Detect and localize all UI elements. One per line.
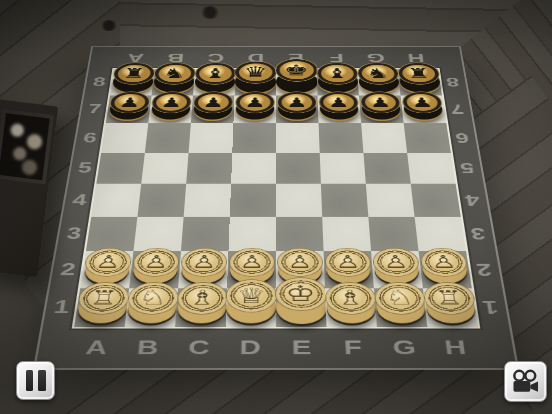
white-king-e1[interactable]: ♔ xyxy=(275,278,326,310)
square-a7[interactable]: ♟ xyxy=(106,95,152,123)
square-d4[interactable] xyxy=(230,184,276,217)
rank-label-left-3: 3 xyxy=(65,226,82,242)
black-pawn-e7[interactable]: ♟ xyxy=(278,92,316,113)
square-b1[interactable]: ♘ xyxy=(125,288,178,327)
rank-label-left-1: 1 xyxy=(53,298,71,316)
square-e7[interactable]: ♟ xyxy=(276,95,319,123)
stored-pieces xyxy=(0,113,50,180)
square-f5[interactable] xyxy=(320,153,366,184)
file-label-top-b: B xyxy=(167,52,185,64)
black-pawn-f7[interactable]: ♟ xyxy=(319,92,358,113)
video-camera-icon xyxy=(511,369,540,394)
file-label-top-g: G xyxy=(367,52,386,64)
square-d3[interactable] xyxy=(228,216,276,251)
square-a3[interactable] xyxy=(86,216,138,251)
square-c1[interactable]: ♗ xyxy=(175,288,227,327)
piece-box-opening xyxy=(0,109,54,185)
white-rook-h1[interactable]: ♖ xyxy=(423,283,475,314)
rank-label-right-1: 1 xyxy=(481,298,499,316)
rank-label-left-4: 4 xyxy=(71,192,88,207)
square-a6[interactable] xyxy=(101,123,148,152)
black-bishop-c8[interactable]: ♝ xyxy=(194,63,235,84)
square-g6[interactable] xyxy=(361,123,407,152)
white-pawn-g2[interactable]: ♙ xyxy=(373,248,419,275)
square-f4[interactable] xyxy=(321,184,368,217)
square-e3[interactable] xyxy=(276,216,324,251)
square-b4[interactable] xyxy=(137,184,186,217)
white-bishop-f1[interactable]: ♗ xyxy=(325,283,375,314)
square-f6[interactable] xyxy=(319,123,364,152)
rank-label-left-6: 6 xyxy=(82,131,98,144)
square-b5[interactable] xyxy=(141,153,188,184)
file-label-bottom-c: C xyxy=(188,337,211,357)
square-b6[interactable] xyxy=(145,123,191,152)
rank-label-left-5: 5 xyxy=(77,161,93,175)
square-a5[interactable] xyxy=(96,153,145,184)
rank-label-right-5: 5 xyxy=(459,161,475,175)
square-c7[interactable]: ♟ xyxy=(191,95,235,123)
file-label-top-f: F xyxy=(329,52,344,64)
square-c5[interactable] xyxy=(186,153,232,184)
square-c4[interactable] xyxy=(184,184,231,217)
square-f7[interactable]: ♟ xyxy=(317,95,361,123)
rank-label-right-2: 2 xyxy=(475,261,493,278)
file-label-top-a: A xyxy=(127,52,145,64)
square-e4[interactable] xyxy=(276,184,322,217)
file-label-bottom-f: F xyxy=(343,337,362,357)
black-rook-a8[interactable]: ♜ xyxy=(112,63,155,84)
square-g4[interactable] xyxy=(366,184,415,217)
white-pawn-e2[interactable]: ♙ xyxy=(278,248,322,275)
file-labels-bottom: ABCDEFGH xyxy=(68,327,484,368)
square-h1[interactable]: ♖ xyxy=(423,288,478,327)
black-bishop-f8[interactable]: ♝ xyxy=(317,63,358,84)
square-b3[interactable] xyxy=(133,216,183,251)
black-pawn-c7[interactable]: ♟ xyxy=(194,92,233,113)
pause-icon xyxy=(26,370,46,391)
black-king-e8[interactable]: ♚ xyxy=(276,59,318,81)
white-pawn-c2[interactable]: ♙ xyxy=(181,248,226,275)
white-pawn-d2[interactable]: ♙ xyxy=(230,248,274,275)
square-h3[interactable] xyxy=(415,216,467,251)
file-label-top-c: C xyxy=(207,52,224,64)
file-label-bottom-a: A xyxy=(85,337,109,357)
white-bishop-c1[interactable]: ♗ xyxy=(177,283,227,314)
square-d7[interactable]: ♟ xyxy=(233,95,276,123)
rank-label-right-3: 3 xyxy=(469,226,486,242)
game-scene: ABCDEFGH ABCDEFGH 87654321 87654321 ♜♞♝♛… xyxy=(0,0,552,414)
square-a1[interactable]: ♖ xyxy=(74,288,129,327)
square-h4[interactable] xyxy=(411,184,461,217)
file-label-bottom-d: D xyxy=(239,337,261,357)
square-g1[interactable]: ♘ xyxy=(374,288,427,327)
file-label-bottom-h: H xyxy=(443,337,467,357)
square-a4[interactable] xyxy=(91,184,141,217)
rank-label-right-8: 8 xyxy=(445,76,460,88)
pause-button[interactable] xyxy=(16,361,55,400)
square-b7[interactable]: ♟ xyxy=(148,95,193,123)
rank-label-left-2: 2 xyxy=(59,261,77,278)
black-pawn-h7[interactable]: ♟ xyxy=(402,92,443,113)
black-pawn-g7[interactable]: ♟ xyxy=(361,92,401,113)
white-pawn-h2[interactable]: ♙ xyxy=(420,248,467,275)
board-scene: ABCDEFGH ABCDEFGH 87654321 87654321 ♜♞♝♛… xyxy=(0,0,552,414)
chess-board: ABCDEFGH ABCDEFGH 87654321 87654321 ♜♞♝♛… xyxy=(33,46,519,369)
square-g5[interactable] xyxy=(363,153,410,184)
square-d5[interactable] xyxy=(231,153,276,184)
file-label-bottom-e: E xyxy=(292,337,312,357)
black-pawn-b7[interactable]: ♟ xyxy=(151,92,191,113)
white-rook-a1[interactable]: ♖ xyxy=(77,283,129,314)
rank-label-left-8: 8 xyxy=(92,76,107,88)
white-pawn-b2[interactable]: ♙ xyxy=(133,248,179,275)
square-g3[interactable] xyxy=(368,216,418,251)
rank-label-right-7: 7 xyxy=(450,103,465,116)
square-e1[interactable]: ♔ xyxy=(276,288,326,327)
white-knight-b1[interactable]: ♘ xyxy=(127,283,178,314)
square-f3[interactable] xyxy=(322,216,371,251)
square-d6[interactable] xyxy=(232,123,276,152)
black-knight-g8[interactable]: ♞ xyxy=(357,63,399,84)
rank-label-right-6: 6 xyxy=(454,131,470,144)
white-pawn-a2[interactable]: ♙ xyxy=(84,248,131,275)
black-rook-h8[interactable]: ♜ xyxy=(397,63,440,84)
white-knight-g1[interactable]: ♘ xyxy=(374,283,425,314)
square-h7[interactable]: ♟ xyxy=(400,95,446,123)
square-f1[interactable]: ♗ xyxy=(325,288,377,327)
square-d1[interactable]: ♕ xyxy=(226,288,276,327)
black-knight-b8[interactable]: ♞ xyxy=(153,63,195,84)
file-label-bottom-g: G xyxy=(392,337,417,357)
square-e5[interactable] xyxy=(276,153,321,184)
square-e6[interactable] xyxy=(276,123,320,152)
black-pawn-d7[interactable]: ♟ xyxy=(236,92,274,113)
white-queen-d1[interactable]: ♕ xyxy=(226,280,276,312)
camera-button[interactable] xyxy=(504,361,547,402)
file-label-top-h: H xyxy=(407,52,425,64)
square-c3[interactable] xyxy=(181,216,230,251)
white-pawn-f2[interactable]: ♙ xyxy=(326,248,371,275)
file-label-bottom-b: B xyxy=(136,337,159,357)
rank-label-right-4: 4 xyxy=(464,192,481,207)
square-h6[interactable] xyxy=(404,123,451,152)
square-g7[interactable]: ♟ xyxy=(359,95,404,123)
square-h5[interactable] xyxy=(407,153,456,184)
square-c6[interactable] xyxy=(189,123,234,152)
rank-label-left-7: 7 xyxy=(87,103,102,116)
black-pawn-a7[interactable]: ♟ xyxy=(109,92,150,113)
board-squares: ♜♞♝♛♚♝♞♜♟♟♟♟♟♟♟♟♙♙♙♙♙♙♙♙♖♘♗♕♔♗♘♖ xyxy=(74,69,478,327)
black-queen-d8[interactable]: ♛ xyxy=(235,61,276,83)
